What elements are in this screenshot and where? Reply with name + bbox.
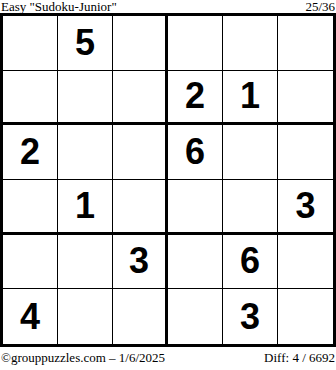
- sudoku-board: 52126133643: [0, 13, 336, 347]
- cell-r2c3[interactable]: [113, 71, 168, 126]
- cell-r3c5[interactable]: [223, 125, 278, 180]
- cell-r5c1[interactable]: [3, 235, 58, 290]
- remaining-counter: 25/36: [305, 0, 335, 13]
- cell-r4c2[interactable]: 1: [58, 180, 113, 235]
- cell-r4c5[interactable]: [223, 180, 278, 235]
- cell-r2c2[interactable]: [58, 71, 113, 126]
- cell-r1c2[interactable]: 5: [58, 16, 113, 71]
- cell-r1c3[interactable]: [113, 16, 168, 71]
- copyright-date: ©grouppuzzles.com – 1/6/2025: [1, 349, 165, 366]
- cell-r1c6[interactable]: [278, 16, 333, 71]
- cell-r2c6[interactable]: [278, 71, 333, 126]
- puzzle-title: Easy "Sudoku-Junior": [1, 0, 117, 13]
- cell-r4c6[interactable]: 3: [278, 180, 333, 235]
- cell-r2c1[interactable]: [3, 71, 58, 126]
- page-footer: ©grouppuzzles.com – 1/6/2025 Diff: 4 / 6…: [0, 347, 336, 366]
- cell-r3c1[interactable]: 2: [3, 125, 58, 180]
- cell-r5c5[interactable]: 6: [223, 235, 278, 290]
- sudoku-page: Easy "Sudoku-Junior" 25/36 52126133643 ©…: [0, 0, 336, 370]
- cell-r5c6[interactable]: [278, 235, 333, 290]
- cell-r6c3[interactable]: [113, 289, 168, 344]
- cell-r3c4[interactable]: 6: [168, 125, 223, 180]
- cell-r6c6[interactable]: [278, 289, 333, 344]
- cell-r6c1[interactable]: 4: [3, 289, 58, 344]
- cell-r6c4[interactable]: [168, 289, 223, 344]
- cell-r1c5[interactable]: [223, 16, 278, 71]
- cell-r1c4[interactable]: [168, 16, 223, 71]
- cell-r2c5[interactable]: 1: [223, 71, 278, 126]
- cell-r3c2[interactable]: [58, 125, 113, 180]
- cell-r6c2[interactable]: [58, 289, 113, 344]
- cell-r5c4[interactable]: [168, 235, 223, 290]
- page-header: Easy "Sudoku-Junior" 25/36: [0, 0, 336, 13]
- cell-r5c3[interactable]: 3: [113, 235, 168, 290]
- cell-r3c3[interactable]: [113, 125, 168, 180]
- cell-r5c2[interactable]: [58, 235, 113, 290]
- cell-r2c4[interactable]: 2: [168, 71, 223, 126]
- cell-r3c6[interactable]: [278, 125, 333, 180]
- cell-r1c1[interactable]: [3, 16, 58, 71]
- cell-r4c3[interactable]: [113, 180, 168, 235]
- cell-r4c4[interactable]: [168, 180, 223, 235]
- cell-r6c5[interactable]: 3: [223, 289, 278, 344]
- difficulty-label: Diff: 4 / 6692: [264, 349, 335, 366]
- cell-r4c1[interactable]: [3, 180, 58, 235]
